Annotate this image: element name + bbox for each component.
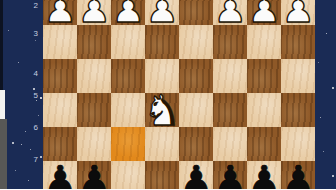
- square-a6[interactable]: [281, 127, 315, 161]
- star-dot: [320, 117, 321, 118]
- square-h2[interactable]: ♟: [43, 0, 77, 25]
- left-edge-gray-bar: [0, 119, 7, 189]
- square-b6[interactable]: [247, 127, 281, 161]
- square-e5[interactable]: ♞: [145, 93, 179, 127]
- white-pawn-a2: ♟: [281, 0, 314, 28]
- square-d6[interactable]: [179, 127, 213, 161]
- star-dot: [21, 144, 22, 145]
- star-dot: [332, 87, 334, 89]
- square-f2[interactable]: ♟: [111, 0, 145, 25]
- star-dot: [30, 149, 31, 150]
- square-f4[interactable]: [111, 59, 145, 93]
- square-b3[interactable]: [247, 25, 281, 59]
- square-e2[interactable]: ♟: [145, 0, 179, 25]
- white-pawn-h2: ♟: [43, 0, 76, 28]
- square-e3[interactable]: [145, 25, 179, 59]
- square-c5[interactable]: [213, 93, 247, 127]
- rank-label-5: 5: [28, 91, 38, 100]
- square-c3[interactable]: [213, 25, 247, 59]
- square-b4[interactable]: [247, 59, 281, 93]
- square-h5[interactable]: [43, 93, 77, 127]
- black-pawn-b7: ♟: [247, 161, 280, 190]
- square-e7[interactable]: [145, 161, 179, 189]
- square-e6[interactable]: [145, 127, 179, 161]
- square-c7[interactable]: ♟: [213, 161, 247, 189]
- white-pawn-b2: ♟: [247, 0, 280, 28]
- black-pawn-d7: ♟: [179, 161, 212, 190]
- white-pawn-f2: ♟: [111, 0, 144, 28]
- star-dot: [40, 97, 42, 99]
- star-dot: [36, 100, 37, 101]
- square-a7[interactable]: ♟: [281, 161, 315, 189]
- square-a5[interactable]: [281, 93, 315, 127]
- chess-board: ♟♟♟♟♟♟♟♞♟♟♟♟♟♟: [43, 0, 315, 189]
- square-a3[interactable]: [281, 25, 315, 59]
- rank-label-2: 2: [28, 1, 38, 10]
- star-dot: [8, 30, 9, 31]
- star-dot: [35, 40, 36, 41]
- left-edge-dark-bar: [0, 0, 3, 90]
- rank-label-4: 4: [28, 69, 38, 78]
- star-dot: [323, 151, 324, 152]
- star-dot: [326, 33, 327, 34]
- rank-label-6: 6: [28, 123, 38, 132]
- square-a2[interactable]: ♟: [281, 0, 315, 25]
- white-pawn-g2: ♟: [77, 0, 110, 28]
- square-g2[interactable]: ♟: [77, 0, 111, 25]
- square-h6[interactable]: [43, 127, 77, 161]
- rank-label-7: 7: [28, 155, 38, 164]
- square-f5[interactable]: [111, 93, 145, 127]
- square-c2[interactable]: ♟: [213, 0, 247, 25]
- star-dot: [33, 88, 35, 90]
- black-pawn-g7: ♟: [77, 161, 110, 190]
- star-dot: [25, 131, 26, 132]
- square-c6[interactable]: [213, 127, 247, 161]
- square-d4[interactable]: [179, 59, 213, 93]
- rank-label-3: 3: [28, 29, 38, 38]
- square-d2[interactable]: [179, 0, 213, 25]
- square-g6[interactable]: [77, 127, 111, 161]
- square-f3[interactable]: [111, 25, 145, 59]
- square-a4[interactable]: [281, 59, 315, 93]
- square-g7[interactable]: ♟: [77, 161, 111, 189]
- square-b5[interactable]: [247, 93, 281, 127]
- square-g3[interactable]: [77, 25, 111, 59]
- game-screen: ♟♟♟♟♟♟♟♞♟♟♟♟♟♟ 234567: [0, 0, 336, 189]
- star-dot: [332, 175, 334, 177]
- square-d7[interactable]: ♟: [179, 161, 213, 189]
- black-pawn-a7: ♟: [281, 161, 314, 190]
- star-dot: [318, 62, 319, 63]
- square-h4[interactable]: [43, 59, 77, 93]
- white-pawn-c2: ♟: [213, 0, 246, 28]
- left-edge-white-bar: [0, 90, 5, 119]
- square-h7[interactable]: ♟: [43, 161, 77, 189]
- star-dot: [12, 142, 14, 144]
- star-dot: [40, 156, 42, 158]
- square-d3[interactable]: [179, 25, 213, 59]
- black-pawn-c7: ♟: [213, 161, 246, 190]
- star-dot: [38, 115, 39, 116]
- square-g4[interactable]: [77, 59, 111, 93]
- square-f6[interactable]: [111, 127, 145, 161]
- square-b2[interactable]: ♟: [247, 0, 281, 25]
- black-pawn-h7: ♟: [43, 161, 76, 190]
- white-pawn-e2: ♟: [145, 0, 178, 28]
- square-b7[interactable]: ♟: [247, 161, 281, 189]
- star-dot: [28, 180, 29, 181]
- star-dot: [18, 62, 19, 63]
- square-c4[interactable]: [213, 59, 247, 93]
- square-h3[interactable]: [43, 25, 77, 59]
- square-d5[interactable]: [179, 93, 213, 127]
- square-g5[interactable]: [77, 93, 111, 127]
- star-dot: [15, 170, 16, 171]
- square-f7[interactable]: [111, 161, 145, 189]
- white-knight-e5: ♞: [143, 90, 181, 132]
